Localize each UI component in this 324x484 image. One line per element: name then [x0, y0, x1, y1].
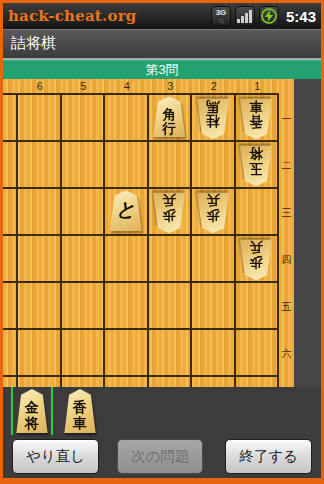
- square-3一[interactable]: 角行: [149, 95, 193, 142]
- square-2一[interactable]: 桂馬: [192, 95, 236, 142]
- shogi-piece-sente[interactable]: 金将: [15, 389, 49, 433]
- rank-label: 四: [279, 236, 294, 283]
- title-bar: 詰将棋: [3, 29, 321, 58]
- file-label-row: 654321: [3, 79, 294, 93]
- file-label: 3: [149, 79, 193, 93]
- square-5五[interactable]: [62, 283, 106, 330]
- square-1七[interactable]: [236, 377, 280, 387]
- square-6六[interactable]: [18, 330, 62, 377]
- square-5二[interactable]: [62, 142, 106, 189]
- problem-number-bar: 第3問: [3, 58, 321, 79]
- square-2七[interactable]: [192, 377, 236, 387]
- shogi-piece-gote[interactable]: 香車: [239, 98, 274, 139]
- file-label: 2: [192, 79, 236, 93]
- rank-label: 三: [279, 189, 294, 236]
- rank-label-col: 一二三四五六: [279, 93, 294, 387]
- square-4二[interactable]: [105, 142, 149, 189]
- board-area: 654321 角行桂馬香車玉将と歩兵歩兵歩兵 一二三四五六: [3, 79, 321, 387]
- shogi-piece-gote[interactable]: 歩兵: [152, 192, 187, 233]
- rank-label: 一: [279, 95, 294, 142]
- square-2五[interactable]: [192, 283, 236, 330]
- square-5四[interactable]: [62, 236, 106, 283]
- quit-button[interactable]: 終了する: [225, 439, 312, 474]
- rank-label: 五: [279, 283, 294, 330]
- problem-number-label: 第3問: [145, 61, 178, 79]
- square-1六[interactable]: [236, 330, 280, 377]
- next-problem-button[interactable]: 次の問題: [117, 439, 203, 474]
- square-1五[interactable]: [236, 283, 280, 330]
- square-1一[interactable]: 香車: [236, 95, 280, 142]
- board-grid[interactable]: 角行桂馬香車玉将と歩兵歩兵歩兵: [3, 93, 279, 387]
- file-label: 5: [62, 79, 106, 93]
- square-6二[interactable]: [18, 142, 62, 189]
- square-7二[interactable]: [3, 142, 18, 189]
- square-6三[interactable]: [18, 189, 62, 236]
- rank-label: 六: [279, 330, 294, 377]
- square-6四[interactable]: [18, 236, 62, 283]
- square-6五[interactable]: [18, 283, 62, 330]
- app-title: 詰将棋: [11, 34, 56, 53]
- shogi-piece-sente[interactable]: と: [108, 190, 143, 231]
- shogi-piece-gote[interactable]: 歩兵: [239, 239, 274, 280]
- square-1二[interactable]: 玉将: [236, 142, 280, 189]
- hand-piece-slot[interactable]: 香車: [59, 385, 101, 437]
- square-4七[interactable]: [105, 377, 149, 387]
- square-2四[interactable]: [192, 236, 236, 283]
- file-label: 1: [236, 79, 280, 93]
- square-3六[interactable]: [149, 330, 193, 377]
- battery-charging-icon: [259, 6, 279, 26]
- hand-tray: 金将香車: [3, 387, 321, 435]
- square-1四[interactable]: 歩兵: [236, 236, 280, 283]
- network-3g-icon: 3G ↑↓: [211, 6, 231, 26]
- square-4四[interactable]: [105, 236, 149, 283]
- square-6七[interactable]: [18, 377, 62, 387]
- status-bar: hack-cheat.org 3G ↑↓ 5:43: [3, 3, 321, 29]
- watermark-text: hack-cheat.org: [8, 7, 207, 25]
- square-3三[interactable]: 歩兵: [149, 189, 193, 236]
- square-7六[interactable]: [3, 330, 18, 377]
- file-label: 4: [105, 79, 149, 93]
- square-7三[interactable]: [3, 189, 18, 236]
- square-7五[interactable]: [3, 283, 18, 330]
- square-7一[interactable]: [3, 95, 18, 142]
- updown-arrows-icon: ↑↓: [218, 17, 223, 24]
- shogi-piece-sente[interactable]: 香車: [63, 389, 97, 433]
- square-5六[interactable]: [62, 330, 106, 377]
- square-2二[interactable]: [192, 142, 236, 189]
- signal-strength-icon: [235, 6, 255, 26]
- square-5七[interactable]: [62, 377, 106, 387]
- app-screen: hack-cheat.org 3G ↑↓ 5:43: [3, 3, 321, 478]
- square-2三[interactable]: 歩兵: [192, 189, 236, 236]
- square-6一[interactable]: [18, 95, 62, 142]
- shogi-board: 654321 角行桂馬香車玉将と歩兵歩兵歩兵 一二三四五六: [3, 79, 294, 387]
- square-5三[interactable]: [62, 189, 106, 236]
- file-label: 6: [18, 79, 62, 93]
- square-2六[interactable]: [192, 330, 236, 377]
- square-3五[interactable]: [149, 283, 193, 330]
- hack-cheat-frame: hack-cheat.org 3G ↑↓ 5:43: [0, 0, 324, 484]
- board-body: 角行桂馬香車玉将と歩兵歩兵歩兵 一二三四五六: [3, 93, 294, 387]
- square-3四[interactable]: [149, 236, 193, 283]
- square-1三[interactable]: [236, 189, 280, 236]
- shogi-piece-sente[interactable]: 角行: [152, 96, 187, 137]
- square-4五[interactable]: [105, 283, 149, 330]
- shogi-piece-gote[interactable]: 玉将: [239, 145, 274, 186]
- square-5一[interactable]: [62, 95, 106, 142]
- square-3二[interactable]: [149, 142, 193, 189]
- retry-button[interactable]: やり直し: [12, 439, 99, 474]
- rank-label: 二: [279, 142, 294, 189]
- shogi-piece-gote[interactable]: 歩兵: [195, 192, 230, 233]
- square-3七[interactable]: [149, 377, 193, 387]
- clock-time: 5:43: [286, 8, 316, 25]
- square-7七[interactable]: [3, 377, 18, 387]
- file-label-spacer: [3, 79, 18, 93]
- square-4一[interactable]: [105, 95, 149, 142]
- square-4三[interactable]: と: [105, 189, 149, 236]
- button-bar: やり直し 次の問題 終了する: [3, 435, 321, 478]
- square-4六[interactable]: [105, 330, 149, 377]
- square-7四[interactable]: [3, 236, 18, 283]
- shogi-piece-gote[interactable]: 桂馬: [195, 98, 230, 139]
- hand-piece-slot-selected[interactable]: 金将: [11, 385, 53, 437]
